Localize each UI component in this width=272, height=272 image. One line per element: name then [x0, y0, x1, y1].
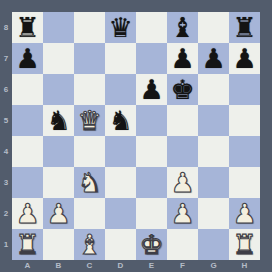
square-c1[interactable]: ♝	[74, 229, 105, 260]
piece-black-pawn[interactable]: ♟	[198, 43, 229, 74]
square-d3[interactable]	[105, 167, 136, 198]
rank-label-7: 7	[0, 43, 12, 74]
chess-board: ♜♛♝♜♟♟♟♟♟♚♞♛♞♞♟♟♟♟♟♜♝♚♜	[12, 12, 260, 260]
piece-white-king[interactable]: ♚	[136, 229, 167, 260]
piece-black-rook[interactable]: ♜	[12, 12, 43, 43]
square-f2[interactable]: ♟	[167, 198, 198, 229]
piece-white-rook[interactable]: ♜	[12, 229, 43, 260]
file-label-e: E	[136, 260, 167, 272]
chess-board-frame: ♜♛♝♜♟♟♟♟♟♚♞♛♞♞♟♟♟♟♟♜♝♚♜ 87654321 ABCDEFG…	[0, 0, 272, 272]
square-f6[interactable]: ♚	[167, 74, 198, 105]
square-b3[interactable]	[43, 167, 74, 198]
file-label-g: G	[198, 260, 229, 272]
square-h1[interactable]: ♜	[229, 229, 260, 260]
square-d7[interactable]	[105, 43, 136, 74]
piece-black-knight[interactable]: ♞	[43, 105, 74, 136]
square-f7[interactable]: ♟	[167, 43, 198, 74]
square-g4[interactable]	[198, 136, 229, 167]
square-c3[interactable]: ♞	[74, 167, 105, 198]
piece-black-king[interactable]: ♚	[167, 74, 198, 105]
file-label-b: B	[43, 260, 74, 272]
square-a7[interactable]: ♟	[12, 43, 43, 74]
piece-black-queen[interactable]: ♛	[105, 12, 136, 43]
square-e3[interactable]	[136, 167, 167, 198]
square-g8[interactable]	[198, 12, 229, 43]
square-h7[interactable]: ♟	[229, 43, 260, 74]
square-b2[interactable]: ♟	[43, 198, 74, 229]
square-b8[interactable]	[43, 12, 74, 43]
square-h3[interactable]	[229, 167, 260, 198]
rank-label-2: 2	[0, 198, 12, 229]
square-e8[interactable]	[136, 12, 167, 43]
square-b5[interactable]: ♞	[43, 105, 74, 136]
square-a8[interactable]: ♜	[12, 12, 43, 43]
piece-white-pawn[interactable]: ♟	[167, 167, 198, 198]
piece-white-bishop[interactable]: ♝	[74, 229, 105, 260]
square-a1[interactable]: ♜	[12, 229, 43, 260]
square-d4[interactable]	[105, 136, 136, 167]
square-c7[interactable]	[74, 43, 105, 74]
square-e1[interactable]: ♚	[136, 229, 167, 260]
file-label-h: H	[229, 260, 260, 272]
square-g6[interactable]	[198, 74, 229, 105]
piece-black-pawn[interactable]: ♟	[12, 43, 43, 74]
square-f4[interactable]	[167, 136, 198, 167]
square-g1[interactable]	[198, 229, 229, 260]
piece-white-rook[interactable]: ♜	[229, 229, 260, 260]
rank-label-4: 4	[0, 136, 12, 167]
piece-black-rook[interactable]: ♜	[229, 12, 260, 43]
piece-black-pawn[interactable]: ♟	[229, 43, 260, 74]
square-e2[interactable]	[136, 198, 167, 229]
square-b4[interactable]	[43, 136, 74, 167]
square-a2[interactable]: ♟	[12, 198, 43, 229]
rank-label-1: 1	[0, 229, 12, 260]
square-d6[interactable]	[105, 74, 136, 105]
file-label-c: C	[74, 260, 105, 272]
square-d1[interactable]	[105, 229, 136, 260]
square-b6[interactable]	[43, 74, 74, 105]
square-c6[interactable]	[74, 74, 105, 105]
piece-black-pawn[interactable]: ♟	[167, 43, 198, 74]
square-g2[interactable]	[198, 198, 229, 229]
square-d5[interactable]: ♞	[105, 105, 136, 136]
square-h5[interactable]	[229, 105, 260, 136]
square-c2[interactable]	[74, 198, 105, 229]
square-a6[interactable]	[12, 74, 43, 105]
square-d8[interactable]: ♛	[105, 12, 136, 43]
square-c8[interactable]	[74, 12, 105, 43]
piece-white-knight[interactable]: ♞	[74, 167, 105, 198]
piece-white-pawn[interactable]: ♟	[12, 198, 43, 229]
square-e4[interactable]	[136, 136, 167, 167]
square-a5[interactable]	[12, 105, 43, 136]
square-h4[interactable]	[229, 136, 260, 167]
square-b1[interactable]	[43, 229, 74, 260]
square-f1[interactable]	[167, 229, 198, 260]
square-e7[interactable]	[136, 43, 167, 74]
square-g3[interactable]	[198, 167, 229, 198]
piece-white-pawn[interactable]: ♟	[229, 198, 260, 229]
square-h2[interactable]: ♟	[229, 198, 260, 229]
piece-white-pawn[interactable]: ♟	[167, 198, 198, 229]
square-c5[interactable]: ♛	[74, 105, 105, 136]
file-label-a: A	[12, 260, 43, 272]
file-label-d: D	[105, 260, 136, 272]
piece-white-queen[interactable]: ♛	[74, 105, 105, 136]
piece-black-bishop[interactable]: ♝	[167, 12, 198, 43]
square-e6[interactable]: ♟	[136, 74, 167, 105]
rank-label-5: 5	[0, 105, 12, 136]
square-g5[interactable]	[198, 105, 229, 136]
rank-label-6: 6	[0, 74, 12, 105]
rank-label-8: 8	[0, 12, 12, 43]
piece-black-pawn[interactable]: ♟	[136, 74, 167, 105]
square-f8[interactable]: ♝	[167, 12, 198, 43]
file-label-f: F	[167, 260, 198, 272]
square-f5[interactable]	[167, 105, 198, 136]
square-c4[interactable]	[74, 136, 105, 167]
piece-black-knight[interactable]: ♞	[105, 105, 136, 136]
square-g7[interactable]: ♟	[198, 43, 229, 74]
square-h8[interactable]: ♜	[229, 12, 260, 43]
piece-white-pawn[interactable]: ♟	[43, 198, 74, 229]
square-b7[interactable]	[43, 43, 74, 74]
square-e5[interactable]	[136, 105, 167, 136]
square-f3[interactable]: ♟	[167, 167, 198, 198]
square-d2[interactable]	[105, 198, 136, 229]
square-h6[interactable]	[229, 74, 260, 105]
square-a4[interactable]	[12, 136, 43, 167]
rank-label-3: 3	[0, 167, 12, 198]
square-a3[interactable]	[12, 167, 43, 198]
